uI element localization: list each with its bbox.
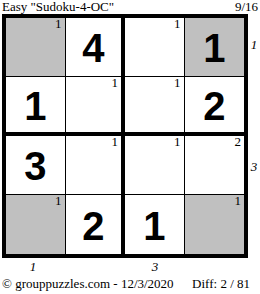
given-digit: 1 (143, 206, 165, 246)
difficulty-text: Diff: 2 / 81 (192, 276, 250, 291)
corner-clue: 1 (235, 194, 242, 208)
corner-clue: 1 (112, 135, 119, 149)
given-digit: 3 (24, 146, 46, 186)
cell-r4c3: 1 (125, 195, 185, 254)
cell-r3c4[interactable]: 2 (185, 136, 245, 195)
cell-r3c2[interactable]: 1 (66, 136, 126, 195)
corner-clue: 1 (112, 76, 119, 90)
cell-r1c1[interactable]: 1 (6, 18, 66, 77)
col-label-1: 1 (27, 260, 39, 274)
given-digit: 4 (82, 28, 104, 68)
cell-r2c2[interactable]: 1 (66, 77, 126, 136)
sudoku-puzzle-page: Easy "Sudoku-4-OC" 9/16 1411111231121211… (0, 0, 260, 294)
sudoku-board: 1411111231121211 (2, 14, 248, 258)
cell-r2c1: 1 (6, 77, 66, 136)
cell-r1c2: 4 (66, 18, 126, 77)
cell-r3c3[interactable]: 1 (125, 136, 185, 195)
cell-r3c1: 3 (6, 136, 66, 195)
puzzle-title: Easy "Sudoku-4-OC" (2, 0, 114, 14)
given-digit: 2 (203, 86, 225, 126)
cell-r1c4: 1 (185, 18, 245, 77)
cell-r2c3[interactable]: 1 (125, 77, 185, 136)
cell-r2c4: 2 (185, 77, 245, 136)
corner-clue: 1 (174, 135, 181, 149)
row-label-3: 3 (249, 160, 259, 174)
given-digit: 1 (203, 28, 225, 68)
corner-clue: 1 (174, 17, 181, 31)
corner-clue: 1 (174, 76, 181, 90)
cell-r4c4[interactable]: 1 (185, 195, 245, 254)
copyright-text: © grouppuzzles.com - 12/3/2020 (2, 276, 174, 291)
corner-clue: 2 (235, 135, 242, 149)
given-digit: 2 (82, 206, 104, 246)
given-digit: 1 (24, 86, 46, 126)
cell-r4c1[interactable]: 1 (6, 195, 66, 254)
corner-clue: 1 (55, 194, 62, 208)
cell-r1c3[interactable]: 1 (125, 18, 185, 77)
corner-clue: 1 (55, 17, 62, 31)
puzzle-counter: 9/16 (235, 0, 258, 14)
row-label-1: 1 (249, 38, 259, 52)
col-label-3: 3 (149, 260, 161, 274)
cell-r4c2: 2 (66, 195, 126, 254)
